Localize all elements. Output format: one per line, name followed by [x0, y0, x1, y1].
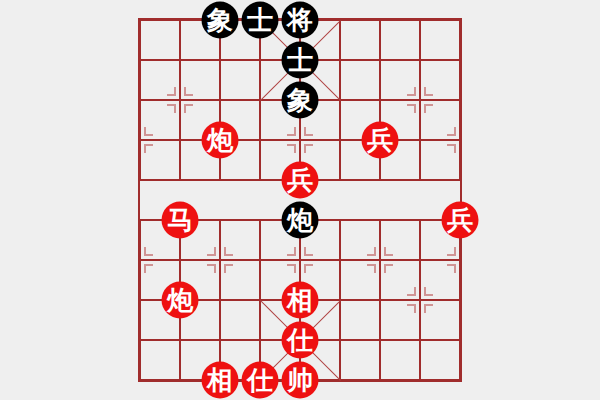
point-marker-bracket	[167, 104, 176, 113]
piece-red-general[interactable]: 帅	[282, 362, 319, 399]
board-cell	[380, 180, 420, 220]
piece-black-elephant[interactable]: 象	[202, 2, 239, 39]
point-marker	[447, 247, 473, 273]
board-cell	[380, 340, 420, 380]
board-cell	[340, 60, 380, 100]
point-marker-bracket	[304, 264, 313, 273]
piece-red-soldier[interactable]: 兵	[282, 162, 319, 199]
point-marker-bracket	[424, 287, 433, 296]
point-marker-bracket	[207, 264, 216, 273]
piece-black-advisor[interactable]: 士	[282, 42, 319, 79]
piece-red-advisor[interactable]: 仕	[242, 362, 279, 399]
point-marker	[167, 87, 193, 113]
board-cell	[220, 60, 260, 100]
point-marker-bracket	[367, 247, 376, 256]
point-marker-bracket	[224, 247, 233, 256]
piece-black-cannon[interactable]: 炮	[282, 202, 319, 239]
xiangqi-app: 象士将士象炮兵兵马炮兵炮相仕相仕帅	[0, 0, 600, 400]
point-marker-bracket	[287, 264, 296, 273]
point-marker-bracket	[287, 247, 296, 256]
point-marker-bracket	[424, 304, 433, 313]
point-marker-bracket	[407, 287, 416, 296]
point-marker-bracket	[144, 247, 153, 256]
point-marker	[127, 127, 153, 153]
board-cell	[340, 300, 380, 340]
point-marker-bracket	[447, 247, 456, 256]
board-cell	[420, 340, 460, 380]
point-marker	[407, 287, 433, 313]
piece-black-general[interactable]: 将	[282, 2, 319, 39]
board-cell	[380, 20, 420, 60]
point-marker-bracket	[424, 104, 433, 113]
board-cell	[140, 340, 180, 380]
point-marker-bracket	[304, 127, 313, 136]
point-marker-bracket	[184, 104, 193, 113]
board-cell	[340, 20, 380, 60]
point-marker-bracket	[447, 264, 456, 273]
piece-red-elephant[interactable]: 相	[202, 362, 239, 399]
point-marker-bracket	[407, 87, 416, 96]
point-marker	[367, 247, 393, 273]
point-marker-bracket	[287, 127, 296, 136]
piece-black-advisor[interactable]: 士	[242, 2, 279, 39]
board-cell	[340, 180, 380, 220]
point-marker-bracket	[447, 127, 456, 136]
point-marker-bracket	[304, 247, 313, 256]
piece-red-soldier[interactable]: 兵	[362, 122, 399, 159]
piece-red-cannon[interactable]: 炮	[202, 122, 239, 159]
board-cell	[220, 300, 260, 340]
point-marker-bracket	[407, 304, 416, 313]
point-marker-bracket	[184, 87, 193, 96]
point-marker	[447, 127, 473, 153]
piece-red-soldier[interactable]: 兵	[442, 202, 479, 239]
point-marker-bracket	[447, 144, 456, 153]
point-marker-bracket	[424, 87, 433, 96]
point-marker-bracket	[384, 264, 393, 273]
piece-red-elephant[interactable]: 相	[282, 282, 319, 319]
point-marker	[287, 127, 313, 153]
point-marker-bracket	[144, 127, 153, 136]
piece-red-horse[interactable]: 马	[162, 202, 199, 239]
point-marker-bracket	[167, 87, 176, 96]
piece-red-cannon[interactable]: 炮	[162, 282, 199, 319]
point-marker-bracket	[224, 264, 233, 273]
piece-red-advisor[interactable]: 仕	[282, 322, 319, 359]
point-marker-bracket	[144, 144, 153, 153]
point-marker-bracket	[304, 144, 313, 153]
point-marker	[407, 87, 433, 113]
piece-black-elephant[interactable]: 象	[282, 82, 319, 119]
board-cell	[420, 20, 460, 60]
point-marker	[127, 247, 153, 273]
board-cell	[220, 180, 260, 220]
point-marker	[207, 247, 233, 273]
point-marker-bracket	[287, 144, 296, 153]
point-marker	[287, 247, 313, 273]
point-marker-bracket	[384, 247, 393, 256]
point-marker-bracket	[144, 264, 153, 273]
board-cell	[340, 340, 380, 380]
point-marker-bracket	[207, 247, 216, 256]
point-marker-bracket	[407, 104, 416, 113]
point-marker-bracket	[367, 264, 376, 273]
board-cell	[140, 20, 180, 60]
